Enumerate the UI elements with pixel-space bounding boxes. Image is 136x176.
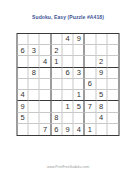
cell-r4c3 <box>40 68 51 79</box>
cell-r6c6: 1 <box>74 90 85 101</box>
cell-r7c2 <box>29 101 40 112</box>
cell-r9c8 <box>96 124 107 135</box>
footer-url: www.PrintFreeSudoku.com <box>0 165 136 169</box>
cell-r5c1 <box>18 79 29 90</box>
cell-r3c5 <box>62 56 73 67</box>
cell-r6c2 <box>29 90 40 101</box>
cell-r7c1: 9 <box>18 101 29 112</box>
cell-r5c7: 6 <box>85 79 96 90</box>
cell-r2c2: 3 <box>29 45 40 56</box>
cell-r1c4 <box>51 34 62 45</box>
cell-r2c1: 6 <box>18 45 29 56</box>
cell-r6c1: 4 <box>18 90 29 101</box>
cell-r8c3 <box>40 113 51 124</box>
cell-r4c2: 8 <box>29 68 40 79</box>
cell-r5c5 <box>62 79 73 90</box>
cell-r7c8: 8 <box>96 101 107 112</box>
cell-r3c7 <box>85 56 96 67</box>
cell-r1c1 <box>18 34 29 45</box>
cell-r1c9 <box>107 34 118 45</box>
cell-r9c4: 6 <box>51 124 62 135</box>
cell-r8c8: 4 <box>96 113 107 124</box>
cell-r9c6: 4 <box>74 124 85 135</box>
cell-r3c1 <box>18 56 29 67</box>
cell-r2c8 <box>96 45 107 56</box>
cell-r4c1 <box>18 68 29 79</box>
cell-r6c8: 5 <box>96 90 107 101</box>
cell-r8c5 <box>62 113 73 124</box>
cell-r1c5: 4 <box>62 34 73 45</box>
cell-r2c3 <box>40 45 51 56</box>
puzzle-title: Sudoku, Easy (Puzzle #A418) <box>0 14 136 20</box>
cell-r3c4: 1 <box>51 56 62 67</box>
cell-r8c9 <box>107 113 118 124</box>
cell-r8c4: 8 <box>51 113 62 124</box>
cell-r1c7 <box>85 34 96 45</box>
cell-r6c7 <box>85 90 96 101</box>
cell-r5c8 <box>96 79 107 90</box>
cell-r3c6 <box>74 56 85 67</box>
cell-r8c2 <box>29 113 40 124</box>
cell-r2c9 <box>107 45 118 56</box>
cell-r9c9 <box>107 124 118 135</box>
cell-r9c5: 9 <box>62 124 73 135</box>
cell-r7c6: 5 <box>74 101 85 112</box>
cell-r1c6: 9 <box>74 34 85 45</box>
cell-r7c7: 7 <box>85 101 96 112</box>
cell-r5c9 <box>107 79 118 90</box>
cell-r3c2 <box>29 56 40 67</box>
cell-r5c4 <box>51 79 62 90</box>
cell-r9c7: 1 <box>85 124 96 135</box>
cell-r6c4 <box>51 90 62 101</box>
cell-r2c5 <box>62 45 73 56</box>
cell-r8c7 <box>85 113 96 124</box>
cell-r8c6 <box>74 113 85 124</box>
cell-r1c3 <box>40 34 51 45</box>
sudoku-board: 49632412863964159157858476941 <box>17 33 120 136</box>
cell-r6c5 <box>62 90 73 101</box>
cell-r5c6 <box>74 79 85 90</box>
cell-r4c9 <box>107 68 118 79</box>
cell-r1c8 <box>96 34 107 45</box>
cell-r4c6: 3 <box>74 68 85 79</box>
cell-r6c9 <box>107 90 118 101</box>
cell-r3c8: 2 <box>96 56 107 67</box>
cell-r7c4 <box>51 101 62 112</box>
printable-page: Sudoku, Easy (Puzzle #A418) 496324128639… <box>0 0 136 176</box>
cell-r2c4: 2 <box>51 45 62 56</box>
cell-r5c3 <box>40 79 51 90</box>
cell-r7c3 <box>40 101 51 112</box>
cell-r9c1 <box>18 124 29 135</box>
cell-r9c3: 7 <box>40 124 51 135</box>
cell-r7c5: 1 <box>62 101 73 112</box>
cell-r4c7 <box>85 68 96 79</box>
cell-r7c9 <box>107 101 118 112</box>
cell-r9c2 <box>29 124 40 135</box>
cell-r3c3: 4 <box>40 56 51 67</box>
cell-r6c3 <box>40 90 51 101</box>
cell-r5c2 <box>29 79 40 90</box>
cell-r3c9 <box>107 56 118 67</box>
cell-r4c4 <box>51 68 62 79</box>
cell-r2c7 <box>85 45 96 56</box>
cell-r4c5: 6 <box>62 68 73 79</box>
cell-r1c2 <box>29 34 40 45</box>
cell-r2c6 <box>74 45 85 56</box>
cell-r4c8: 9 <box>96 68 107 79</box>
cell-r8c1: 5 <box>18 113 29 124</box>
